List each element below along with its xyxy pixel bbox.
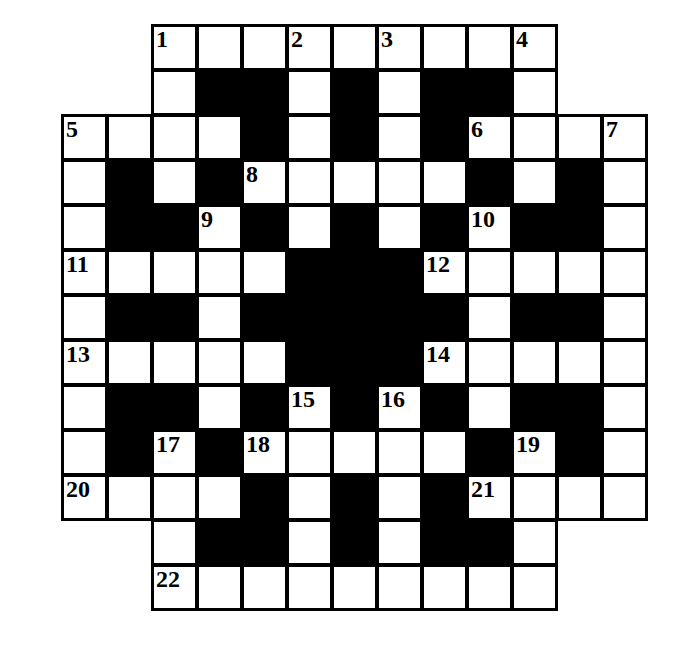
cell[interactable] <box>107 475 152 520</box>
black-cell <box>242 520 287 565</box>
black-cell <box>332 520 377 565</box>
clue-number: 4 <box>516 27 528 51</box>
cell[interactable] <box>602 205 647 250</box>
cell[interactable] <box>602 340 647 385</box>
cell[interactable] <box>287 520 332 565</box>
void-cell <box>557 565 602 610</box>
black-cell <box>287 250 332 295</box>
cell[interactable]: 7 <box>602 115 647 160</box>
cell[interactable] <box>377 430 422 475</box>
void-cell <box>602 565 647 610</box>
cell[interactable] <box>242 340 287 385</box>
void-cell <box>602 25 647 70</box>
cell[interactable]: 20 <box>62 475 107 520</box>
black-cell <box>107 205 152 250</box>
void-cell <box>62 25 107 70</box>
black-cell <box>422 520 467 565</box>
cell[interactable] <box>512 475 557 520</box>
cell[interactable] <box>62 295 107 340</box>
black-cell <box>242 70 287 115</box>
void-cell <box>62 565 107 610</box>
black-cell <box>332 70 377 115</box>
cell[interactable] <box>377 160 422 205</box>
black-cell <box>107 295 152 340</box>
black-cell <box>377 250 422 295</box>
cell[interactable] <box>377 565 422 610</box>
cell[interactable]: 14 <box>422 340 467 385</box>
void-cell <box>557 25 602 70</box>
cell[interactable] <box>422 160 467 205</box>
cell[interactable] <box>107 340 152 385</box>
clue-number: 12 <box>426 252 450 276</box>
black-cell <box>107 160 152 205</box>
black-cell <box>422 205 467 250</box>
cell[interactable] <box>512 115 557 160</box>
cell[interactable] <box>332 160 377 205</box>
black-cell <box>197 430 242 475</box>
cell[interactable]: 12 <box>422 250 467 295</box>
cell[interactable] <box>602 250 647 295</box>
clue-number: 3 <box>381 27 393 51</box>
cell[interactable] <box>377 475 422 520</box>
black-cell <box>557 205 602 250</box>
cell[interactable] <box>197 25 242 70</box>
cell[interactable] <box>602 160 647 205</box>
clue-number: 8 <box>246 162 258 186</box>
cell[interactable] <box>512 160 557 205</box>
cell[interactable]: 15 <box>287 385 332 430</box>
cell[interactable] <box>422 565 467 610</box>
black-cell <box>287 340 332 385</box>
cell[interactable] <box>467 25 512 70</box>
black-cell <box>467 70 512 115</box>
cell[interactable] <box>152 160 197 205</box>
black-cell <box>467 520 512 565</box>
black-cell <box>557 385 602 430</box>
black-cell <box>422 295 467 340</box>
void-cell <box>107 70 152 115</box>
clue-number: 10 <box>471 207 495 231</box>
black-cell <box>512 295 557 340</box>
black-cell <box>107 430 152 475</box>
cell[interactable] <box>62 385 107 430</box>
clue-number: 18 <box>246 432 270 456</box>
cell[interactable] <box>152 115 197 160</box>
clue-number: 21 <box>471 477 495 501</box>
cell[interactable] <box>512 565 557 610</box>
clue-number: 15 <box>291 387 315 411</box>
black-cell <box>242 115 287 160</box>
clue-number: 22 <box>156 567 180 591</box>
cell[interactable] <box>602 430 647 475</box>
cell[interactable] <box>287 70 332 115</box>
black-cell <box>422 115 467 160</box>
cell[interactable] <box>467 250 512 295</box>
black-cell <box>242 295 287 340</box>
black-cell <box>557 160 602 205</box>
void-cell <box>557 70 602 115</box>
void-cell <box>557 520 602 565</box>
cell[interactable] <box>287 115 332 160</box>
black-cell <box>512 385 557 430</box>
cell[interactable] <box>197 340 242 385</box>
clue-number: 6 <box>471 117 483 141</box>
void-cell <box>62 520 107 565</box>
void-cell <box>107 25 152 70</box>
cell[interactable]: 6 <box>467 115 512 160</box>
black-cell <box>557 295 602 340</box>
cell[interactable] <box>152 475 197 520</box>
clue-number: 9 <box>201 207 213 231</box>
cell[interactable]: 4 <box>512 25 557 70</box>
cell[interactable] <box>242 25 287 70</box>
cell[interactable] <box>557 340 602 385</box>
cell[interactable] <box>602 295 647 340</box>
cell[interactable] <box>107 250 152 295</box>
black-cell <box>242 205 287 250</box>
cell[interactable]: 18 <box>242 430 287 475</box>
cell[interactable] <box>467 340 512 385</box>
black-cell <box>557 430 602 475</box>
clue-number: 5 <box>66 117 78 141</box>
black-cell <box>242 475 287 520</box>
cell[interactable] <box>287 205 332 250</box>
cell[interactable] <box>242 250 287 295</box>
clue-number: 2 <box>291 27 303 51</box>
clue-number: 14 <box>426 342 450 366</box>
cell[interactable]: 8 <box>242 160 287 205</box>
cell[interactable] <box>197 295 242 340</box>
cell[interactable] <box>152 250 197 295</box>
cell[interactable]: 17 <box>152 430 197 475</box>
void-cell <box>62 70 107 115</box>
cell[interactable] <box>512 340 557 385</box>
clue-number: 17 <box>156 432 180 456</box>
cell[interactable]: 2 <box>287 25 332 70</box>
black-cell <box>332 475 377 520</box>
cell[interactable]: 11 <box>62 250 107 295</box>
cell[interactable] <box>467 385 512 430</box>
void-cell <box>107 520 152 565</box>
cell[interactable] <box>287 565 332 610</box>
cell[interactable] <box>377 115 422 160</box>
cell[interactable] <box>107 115 152 160</box>
black-cell <box>287 295 332 340</box>
cell[interactable] <box>287 160 332 205</box>
cell[interactable] <box>332 565 377 610</box>
cell[interactable]: 1 <box>152 25 197 70</box>
cell[interactable] <box>467 295 512 340</box>
cell[interactable] <box>512 250 557 295</box>
crossword-grid: 12345678910111213141516171819202122 <box>62 25 647 610</box>
cell[interactable] <box>557 250 602 295</box>
cell[interactable] <box>152 520 197 565</box>
clue-number: 7 <box>606 117 618 141</box>
crossword-page: 12345678910111213141516171819202122 <box>0 0 700 654</box>
black-cell <box>332 340 377 385</box>
black-cell <box>332 115 377 160</box>
cell[interactable] <box>422 430 467 475</box>
black-cell <box>422 475 467 520</box>
clue-number: 20 <box>66 477 90 501</box>
clue-number: 1 <box>156 27 168 51</box>
cell[interactable]: 16 <box>377 385 422 430</box>
clue-number: 19 <box>516 432 540 456</box>
cell[interactable]: 5 <box>62 115 107 160</box>
cell[interactable] <box>377 205 422 250</box>
cell[interactable] <box>62 430 107 475</box>
cell[interactable] <box>377 70 422 115</box>
cell[interactable] <box>332 430 377 475</box>
cell[interactable] <box>287 475 332 520</box>
black-cell <box>332 205 377 250</box>
void-cell <box>602 520 647 565</box>
cell[interactable] <box>197 115 242 160</box>
cell[interactable] <box>152 340 197 385</box>
black-cell <box>152 205 197 250</box>
cell[interactable] <box>512 520 557 565</box>
cell[interactable] <box>557 475 602 520</box>
black-cell <box>332 295 377 340</box>
black-cell <box>197 520 242 565</box>
cell[interactable] <box>557 115 602 160</box>
clue-number: 16 <box>381 387 405 411</box>
black-cell <box>242 385 287 430</box>
cell[interactable] <box>62 205 107 250</box>
cell[interactable] <box>602 385 647 430</box>
cell[interactable]: 9 <box>197 205 242 250</box>
cell[interactable] <box>512 70 557 115</box>
cell[interactable] <box>287 430 332 475</box>
black-cell <box>152 295 197 340</box>
black-cell <box>512 205 557 250</box>
cell[interactable]: 22 <box>152 565 197 610</box>
clue-number: 13 <box>66 342 90 366</box>
cell[interactable] <box>377 520 422 565</box>
cell[interactable] <box>422 25 467 70</box>
cell[interactable] <box>467 565 512 610</box>
cell[interactable] <box>197 565 242 610</box>
black-cell <box>197 160 242 205</box>
cell[interactable] <box>197 250 242 295</box>
black-cell <box>377 295 422 340</box>
black-cell <box>152 385 197 430</box>
black-cell <box>197 70 242 115</box>
cell[interactable] <box>62 160 107 205</box>
black-cell <box>467 160 512 205</box>
black-cell <box>467 430 512 475</box>
void-cell <box>107 565 152 610</box>
clue-number: 11 <box>66 252 89 276</box>
cell[interactable]: 13 <box>62 340 107 385</box>
cell[interactable] <box>197 385 242 430</box>
cell[interactable] <box>602 475 647 520</box>
black-cell <box>332 250 377 295</box>
cell[interactable] <box>152 70 197 115</box>
black-cell <box>377 340 422 385</box>
void-cell <box>602 70 647 115</box>
black-cell <box>422 70 467 115</box>
cell[interactable] <box>242 565 287 610</box>
black-cell <box>422 385 467 430</box>
cell[interactable]: 19 <box>512 430 557 475</box>
cell[interactable]: 3 <box>377 25 422 70</box>
cell[interactable] <box>332 25 377 70</box>
cell[interactable]: 21 <box>467 475 512 520</box>
black-cell <box>332 385 377 430</box>
black-cell <box>107 385 152 430</box>
cell[interactable] <box>197 475 242 520</box>
cell[interactable]: 10 <box>467 205 512 250</box>
